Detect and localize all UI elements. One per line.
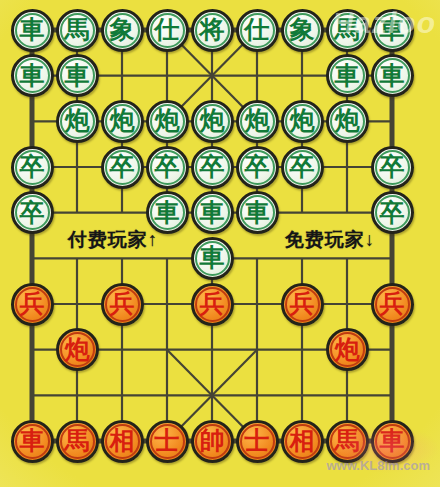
- piece-green-卒-f8r3[interactable]: 卒: [371, 146, 414, 189]
- piece-green-炮-f4r2[interactable]: 炮: [191, 100, 234, 143]
- piece-green-炮-f7r2[interactable]: 炮: [326, 100, 369, 143]
- piece-green-仕-f5r0[interactable]: 仕: [236, 9, 279, 52]
- piece-green-馬-f1r0[interactable]: 馬: [56, 9, 99, 52]
- piece-red-相-f6r9[interactable]: 相: [281, 420, 324, 463]
- piece-character: 帥: [200, 428, 225, 453]
- piece-green-炮-f6r2[interactable]: 炮: [281, 100, 324, 143]
- piece-red-兵-f4r6[interactable]: 兵: [191, 283, 234, 326]
- piece-red-帥-f4r9[interactable]: 帥: [191, 420, 234, 463]
- piece-green-炮-f2r2[interactable]: 炮: [101, 100, 144, 143]
- piece-character: 卒: [290, 154, 315, 179]
- piece-character: 兵: [200, 291, 225, 316]
- piece-red-兵-f6r6[interactable]: 兵: [281, 283, 324, 326]
- piece-character: 卒: [20, 200, 45, 225]
- piece-red-馬-f1r9[interactable]: 馬: [56, 420, 99, 463]
- piece-character: 車: [335, 63, 360, 88]
- piece-character: 兵: [110, 291, 135, 316]
- piece-character: 車: [155, 200, 180, 225]
- piece-red-士-f3r9[interactable]: 士: [146, 420, 189, 463]
- piece-character: 卒: [245, 154, 270, 179]
- piece-character: 卒: [110, 154, 135, 179]
- piece-green-卒-f2r3[interactable]: 卒: [101, 146, 144, 189]
- piece-red-炮-f7r7[interactable]: 炮: [326, 328, 369, 371]
- piece-red-兵-f2r6[interactable]: 兵: [101, 283, 144, 326]
- river-label-free-players: 免费玩家↓: [285, 227, 376, 253]
- piece-character: 炮: [335, 108, 360, 133]
- piece-character: 象: [290, 17, 315, 42]
- piece-character: 炮: [335, 337, 360, 362]
- piece-character: 兵: [290, 291, 315, 316]
- piece-green-象-f6r0[interactable]: 象: [281, 9, 324, 52]
- piece-character: 車: [380, 63, 405, 88]
- piece-character: 炮: [200, 108, 225, 133]
- piece-green-卒-f0r3[interactable]: 卒: [11, 146, 54, 189]
- piece-character: 馬: [65, 17, 90, 42]
- piece-red-士-f5r9[interactable]: 士: [236, 420, 279, 463]
- piece-character: 炮: [65, 108, 90, 133]
- piece-character: 車: [20, 17, 45, 42]
- piece-red-炮-f1r7[interactable]: 炮: [56, 328, 99, 371]
- piece-character: 炮: [155, 108, 180, 133]
- piece-character: 相: [290, 428, 315, 453]
- piece-character: 兵: [380, 291, 405, 316]
- piece-character: 卒: [380, 154, 405, 179]
- piece-red-車-f0r9[interactable]: 車: [11, 420, 54, 463]
- piece-green-卒-f0r4[interactable]: 卒: [11, 191, 54, 234]
- piece-character: 卒: [20, 154, 45, 179]
- piece-green-車-f1r1[interactable]: 車: [56, 54, 99, 97]
- piece-character: 炮: [245, 108, 270, 133]
- piece-green-車-f5r4[interactable]: 車: [236, 191, 279, 234]
- piece-character: 車: [65, 63, 90, 88]
- piece-character: 車: [245, 200, 270, 225]
- piece-character: 将: [200, 17, 225, 42]
- piece-character: 車: [200, 200, 225, 225]
- piece-green-車-f0r1[interactable]: 車: [11, 54, 54, 97]
- piece-green-車-f8r1[interactable]: 車: [371, 54, 414, 97]
- piece-character: 炮: [110, 108, 135, 133]
- piece-green-炮-f5r2[interactable]: 炮: [236, 100, 279, 143]
- piece-character: 象: [110, 17, 135, 42]
- piece-green-象-f2r0[interactable]: 象: [101, 9, 144, 52]
- piece-red-相-f2r9[interactable]: 相: [101, 420, 144, 463]
- piece-character: 仕: [245, 17, 270, 42]
- piece-green-車-f7r1[interactable]: 車: [326, 54, 369, 97]
- piece-red-兵-f0r6[interactable]: 兵: [11, 283, 54, 326]
- piece-green-炮-f3r2[interactable]: 炮: [146, 100, 189, 143]
- piece-character: 車: [20, 63, 45, 88]
- watermark-top-right: Hazloo: [332, 6, 436, 40]
- piece-green-将-f4r0[interactable]: 将: [191, 9, 234, 52]
- watermark-bottom-right: www.KL8im.com: [326, 458, 430, 473]
- piece-character: 卒: [380, 200, 405, 225]
- piece-green-卒-f6r3[interactable]: 卒: [281, 146, 324, 189]
- piece-character: 卒: [200, 154, 225, 179]
- piece-character: 車: [200, 245, 225, 270]
- piece-character: 車: [20, 428, 45, 453]
- piece-character: 仕: [155, 17, 180, 42]
- piece-character: 士: [155, 428, 180, 453]
- piece-character: 炮: [65, 337, 90, 362]
- piece-green-卒-f8r4[interactable]: 卒: [371, 191, 414, 234]
- piece-character: 相: [110, 428, 135, 453]
- piece-green-卒-f4r3[interactable]: 卒: [191, 146, 234, 189]
- piece-green-卒-f3r3[interactable]: 卒: [146, 146, 189, 189]
- piece-green-仕-f3r0[interactable]: 仕: [146, 9, 189, 52]
- piece-character: 馬: [65, 428, 90, 453]
- piece-green-車-f0r0[interactable]: 車: [11, 9, 54, 52]
- piece-green-卒-f5r3[interactable]: 卒: [236, 146, 279, 189]
- piece-character: 士: [245, 428, 270, 453]
- piece-green-車-f4r4[interactable]: 車: [191, 191, 234, 234]
- piece-character: 炮: [290, 108, 315, 133]
- xiangqi-board: 車馬象仕将仕象馬車車車車車炮炮炮炮炮炮炮卒卒卒卒卒卒卒卒車車車卒車兵兵兵兵兵炮炮…: [0, 0, 440, 487]
- piece-green-車-f4r5[interactable]: 車: [191, 237, 234, 280]
- river-label-paying-players: 付费玩家↑: [68, 227, 159, 253]
- piece-red-兵-f8r6[interactable]: 兵: [371, 283, 414, 326]
- piece-character: 兵: [20, 291, 45, 316]
- piece-character: 卒: [155, 154, 180, 179]
- piece-green-炮-f1r2[interactable]: 炮: [56, 100, 99, 143]
